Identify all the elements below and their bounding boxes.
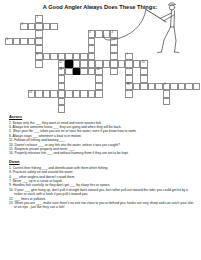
grid-cell[interactable]: 1: [35, 15, 43, 23]
grid-cell[interactable]: [125, 90, 133, 98]
grid-cell[interactable]: [73, 90, 81, 98]
down-clue-list: 1. Carries their fishing ___ and identif…: [9, 166, 195, 210]
grid-cell[interactable]: [58, 83, 66, 91]
grid-cell[interactable]: [35, 38, 43, 46]
grid-cell[interactable]: [95, 75, 103, 83]
clue-number: 2: [21, 23, 23, 26]
grid-cell[interactable]: [43, 23, 51, 31]
grid-cell[interactable]: [43, 53, 51, 61]
grid-cell[interactable]: [73, 53, 81, 61]
grid-cell[interactable]: [163, 98, 171, 106]
grid-cell[interactable]: [88, 60, 96, 68]
clue: 16. Properly releases fish ___ and witho…: [9, 151, 195, 155]
grid-cell[interactable]: 3: [88, 30, 96, 38]
grid-cell[interactable]: [148, 83, 156, 91]
clue-number: 5: [6, 38, 8, 41]
grid-cell[interactable]: [88, 53, 96, 61]
grid-cell[interactable]: [20, 38, 28, 46]
clue: 10. If your ___ gets hung up, don't pull…: [9, 188, 195, 197]
grid-cell[interactable]: 2: [20, 23, 28, 31]
grid-cell[interactable]: [110, 68, 118, 76]
grid-cell[interactable]: [65, 53, 73, 61]
black-cell: [65, 60, 73, 68]
grid-cell[interactable]: [28, 38, 36, 46]
grid-cell[interactable]: [35, 30, 43, 38]
grid-cell[interactable]: 6: [35, 53, 43, 61]
grid-cell[interactable]: [133, 83, 141, 91]
grid-cell[interactable]: [178, 83, 186, 91]
clue-number: 9: [164, 83, 166, 86]
grid-cell[interactable]: [88, 68, 96, 76]
grid-cell[interactable]: [58, 98, 66, 106]
grid-cell[interactable]: [88, 38, 96, 46]
grid-cell[interactable]: [88, 45, 96, 53]
grid-cell[interactable]: [155, 83, 163, 91]
grid-cell[interactable]: [140, 68, 148, 76]
grid-cell[interactable]: 16: [125, 83, 133, 91]
clue-number: 11: [59, 61, 62, 64]
clue-number: 15: [29, 91, 32, 94]
clue-number: 6: [36, 53, 38, 56]
grid-cell[interactable]: [140, 75, 148, 83]
grid-cell[interactable]: [35, 90, 43, 98]
grid-cell[interactable]: [58, 75, 66, 83]
grid-cell[interactable]: [80, 68, 88, 76]
grid-cell[interactable]: [80, 60, 88, 68]
grid-cell[interactable]: 12: [95, 68, 103, 76]
grid-cell[interactable]: [35, 60, 43, 68]
clue-number: 16: [126, 83, 129, 86]
grid-cell[interactable]: 5: [5, 38, 13, 46]
grid-cell[interactable]: [50, 90, 58, 98]
grid-cell[interactable]: [35, 23, 43, 31]
across-clue-list: 2. Keeps only the ___ they want or need …: [9, 121, 195, 156]
grid-cell[interactable]: 9: [163, 83, 171, 91]
grid-cell[interactable]: [43, 90, 51, 98]
black-cell: [73, 68, 81, 76]
clue-number: 13: [59, 68, 62, 71]
grid-cell[interactable]: [28, 23, 36, 31]
grid-cell[interactable]: [58, 90, 66, 98]
grid-cell[interactable]: [13, 38, 21, 46]
clue-panel: Across 2. Keeps only the ___ they want o…: [9, 114, 195, 210]
grid-cell[interactable]: [80, 90, 88, 98]
grid-cell[interactable]: [125, 68, 133, 76]
grid-cell[interactable]: [50, 53, 58, 61]
grid-cell[interactable]: [170, 83, 178, 91]
fisherman-illustration: [95, 0, 200, 62]
grid-cell[interactable]: [50, 23, 58, 31]
grid-cell[interactable]: 15: [28, 90, 36, 98]
clue: 13. When you are ___, make sure there's …: [9, 201, 195, 210]
grid-cell[interactable]: [95, 90, 103, 98]
grid-cell[interactable]: [193, 83, 201, 91]
grid-cell[interactable]: [163, 90, 171, 98]
grid-cell[interactable]: [88, 90, 96, 98]
grid-cell[interactable]: 13: [58, 68, 66, 76]
grid-cell[interactable]: [58, 53, 66, 61]
grid-cell[interactable]: [95, 83, 103, 91]
across-header: Across: [9, 114, 195, 119]
grid-cell[interactable]: [65, 68, 73, 76]
clue-number: 1: [36, 16, 38, 19]
grid-cell[interactable]: [80, 53, 88, 61]
grid-cell[interactable]: [73, 60, 81, 68]
clue-number: 12: [96, 68, 99, 71]
grid-cell[interactable]: [65, 90, 73, 98]
down-header: Down: [9, 159, 195, 164]
clue-number: 3: [89, 31, 91, 34]
grid-cell[interactable]: [185, 83, 193, 91]
grid-cell[interactable]: [140, 83, 148, 91]
grid-cell[interactable]: [58, 105, 66, 113]
